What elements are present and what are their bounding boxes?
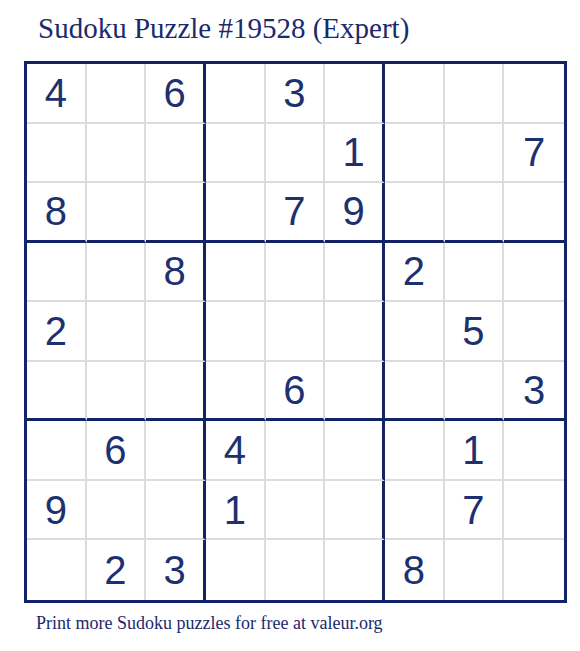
cell-r8c4[interactable]: 1 [206,481,266,541]
cell-r7c7[interactable] [385,421,445,481]
cell-r7c6[interactable] [325,421,385,481]
cell-r2c1[interactable] [27,124,87,184]
cell-r9c5[interactable] [266,540,326,600]
cell-r4c7[interactable]: 2 [385,243,445,303]
given-digit: 1 [224,490,246,530]
cell-r2c2[interactable] [87,124,147,184]
given-digit: 7 [283,191,305,231]
cell-r3c9[interactable] [504,183,564,243]
cell-r2c6[interactable]: 1 [325,124,385,184]
cell-r7c3[interactable] [146,421,206,481]
given-digit: 1 [343,132,365,172]
cell-r1c1[interactable]: 4 [27,64,87,124]
cell-r5c1[interactable]: 2 [27,302,87,362]
sudoku-board: 46317879822563641917238 [24,61,567,603]
given-digit: 4 [224,430,246,470]
cell-r2c9[interactable]: 7 [504,124,564,184]
given-digit: 9 [45,490,67,530]
given-digit: 3 [523,370,545,410]
cell-r4c1[interactable] [27,243,87,303]
cell-r9c4[interactable] [206,540,266,600]
cell-r6c2[interactable] [87,362,147,422]
cell-r3c8[interactable] [445,183,505,243]
given-digit: 8 [403,550,425,590]
cell-r2c7[interactable] [385,124,445,184]
cell-r1c8[interactable] [445,64,505,124]
cell-r1c2[interactable] [87,64,147,124]
given-digit: 2 [45,311,67,351]
cell-r6c1[interactable] [27,362,87,422]
given-digit: 9 [343,191,365,231]
cell-r2c4[interactable] [206,124,266,184]
cell-r6c8[interactable] [445,362,505,422]
cell-r9c8[interactable] [445,540,505,600]
cell-r3c6[interactable]: 9 [325,183,385,243]
cell-r7c4[interactable]: 4 [206,421,266,481]
given-digit: 7 [523,132,545,172]
cell-r8c7[interactable] [385,481,445,541]
cell-r7c2[interactable]: 6 [87,421,147,481]
cell-r8c9[interactable] [504,481,564,541]
cell-r4c6[interactable] [325,243,385,303]
cell-r9c6[interactable] [325,540,385,600]
given-digit: 1 [462,430,484,470]
cell-r5c3[interactable] [146,302,206,362]
cell-r8c5[interactable] [266,481,326,541]
cell-r3c5[interactable]: 7 [266,183,326,243]
cell-r8c3[interactable] [146,481,206,541]
given-digit: 7 [462,490,484,530]
cell-r2c3[interactable] [146,124,206,184]
cell-r3c3[interactable] [146,183,206,243]
footer-text: Print more Sudoku puzzles for free at va… [36,613,383,634]
cell-r4c4[interactable] [206,243,266,303]
cell-r6c3[interactable] [146,362,206,422]
cell-r5c8[interactable]: 5 [445,302,505,362]
sudoku-page: Sudoku Puzzle #19528 (Expert) 4631787982… [0,0,580,651]
cell-r6c7[interactable] [385,362,445,422]
given-digit: 6 [283,370,305,410]
cell-r6c9[interactable]: 3 [504,362,564,422]
cell-r1c3[interactable]: 6 [146,64,206,124]
cell-r8c8[interactable]: 7 [445,481,505,541]
cell-r4c2[interactable] [87,243,147,303]
cell-r9c9[interactable] [504,540,564,600]
page-title: Sudoku Puzzle #19528 (Expert) [38,12,409,45]
cell-r6c5[interactable]: 6 [266,362,326,422]
cell-r3c4[interactable] [206,183,266,243]
cell-r7c9[interactable] [504,421,564,481]
cell-r8c2[interactable] [87,481,147,541]
cell-r3c7[interactable] [385,183,445,243]
cell-r4c5[interactable] [266,243,326,303]
given-digit: 2 [104,550,126,590]
given-digit: 8 [45,191,67,231]
cell-r5c2[interactable] [87,302,147,362]
given-digit: 3 [164,550,186,590]
cell-r7c1[interactable] [27,421,87,481]
cell-r8c1[interactable]: 9 [27,481,87,541]
cell-r1c5[interactable]: 3 [266,64,326,124]
cell-r4c8[interactable] [445,243,505,303]
cell-r5c5[interactable] [266,302,326,362]
cell-r5c9[interactable] [504,302,564,362]
cell-r8c6[interactable] [325,481,385,541]
cell-r3c1[interactable]: 8 [27,183,87,243]
cell-r6c4[interactable] [206,362,266,422]
given-digit: 6 [104,430,126,470]
cell-r5c7[interactable] [385,302,445,362]
cell-r9c3[interactable]: 3 [146,540,206,600]
given-digit: 5 [462,311,484,351]
given-digit: 4 [45,73,67,113]
cell-r2c8[interactable] [445,124,505,184]
cell-r2c5[interactable] [266,124,326,184]
cell-r1c6[interactable] [325,64,385,124]
cell-r6c6[interactable] [325,362,385,422]
cell-r5c6[interactable] [325,302,385,362]
cell-r4c9[interactable] [504,243,564,303]
cell-r4c3[interactable]: 8 [146,243,206,303]
cell-r7c5[interactable] [266,421,326,481]
given-digit: 3 [283,73,305,113]
given-digit: 2 [403,251,425,291]
cell-r1c9[interactable] [504,64,564,124]
cell-r1c7[interactable] [385,64,445,124]
cell-r1c4[interactable] [206,64,266,124]
cell-r9c1[interactable] [27,540,87,600]
cell-r5c4[interactable] [206,302,266,362]
cell-r7c8[interactable]: 1 [445,421,505,481]
cell-r9c2[interactable]: 2 [87,540,147,600]
cell-r3c2[interactable] [87,183,147,243]
given-digit: 8 [164,251,186,291]
given-digit: 6 [164,73,186,113]
cell-r9c7[interactable]: 8 [385,540,445,600]
